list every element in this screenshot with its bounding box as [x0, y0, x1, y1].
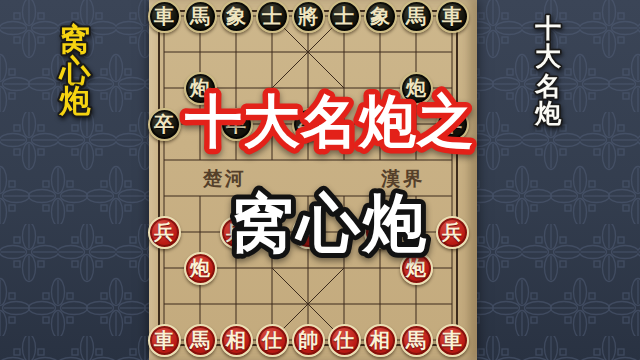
pieces-layer: 車馬象士將士象馬車炮炮卒卒卒卒卒兵兵兵兵兵炮炮車馬相仕帥仕相馬車 [146, 0, 470, 358]
piece-black-elephant[interactable]: 象 [364, 0, 397, 33]
piece-black-soldier[interactable]: 卒 [292, 108, 325, 141]
piece-red-general[interactable]: 帥 [292, 324, 325, 357]
piece-red-soldier[interactable]: 兵 [148, 216, 181, 249]
piece-red-horse[interactable]: 馬 [400, 324, 433, 357]
piece-red-soldier[interactable]: 兵 [436, 216, 469, 249]
piece-black-soldier[interactable]: 卒 [436, 108, 469, 141]
piece-red-advisor[interactable]: 仕 [256, 324, 289, 357]
piece-red-advisor[interactable]: 仕 [328, 324, 361, 357]
piece-red-elephant[interactable]: 相 [220, 324, 253, 357]
piece-red-soldier[interactable]: 兵 [292, 216, 325, 249]
piece-black-chariot[interactable]: 車 [148, 0, 181, 33]
piece-black-soldier[interactable]: 卒 [220, 108, 253, 141]
piece-black-cannon[interactable]: 炮 [400, 72, 433, 105]
xiangqi-board[interactable]: 楚河 漢界 車馬象士將士象馬車炮炮卒卒卒卒卒兵兵兵兵兵炮炮車馬相仕帥仕相馬車 [149, 0, 477, 360]
piece-black-cannon[interactable]: 炮 [184, 72, 217, 105]
piece-black-horse[interactable]: 馬 [184, 0, 217, 33]
piece-red-cannon[interactable]: 炮 [400, 252, 433, 285]
piece-black-soldier[interactable]: 卒 [148, 108, 181, 141]
piece-black-soldier[interactable]: 卒 [364, 108, 397, 141]
piece-red-chariot[interactable]: 車 [148, 324, 181, 357]
piece-red-cannon[interactable]: 炮 [184, 252, 217, 285]
piece-red-soldier[interactable]: 兵 [364, 216, 397, 249]
piece-black-elephant[interactable]: 象 [220, 0, 253, 33]
piece-black-horse[interactable]: 馬 [400, 0, 433, 33]
piece-black-chariot[interactable]: 車 [436, 0, 469, 33]
piece-black-advisor[interactable]: 士 [328, 0, 361, 33]
piece-black-advisor[interactable]: 士 [256, 0, 289, 33]
piece-red-elephant[interactable]: 相 [364, 324, 397, 357]
piece-red-soldier[interactable]: 兵 [220, 216, 253, 249]
piece-red-horse[interactable]: 馬 [184, 324, 217, 357]
video-frame: 楚河 漢界 車馬象士將士象馬車炮炮卒卒卒卒卒兵兵兵兵兵炮炮車馬相仕帥仕相馬車 十… [0, 0, 640, 360]
piece-red-chariot[interactable]: 車 [436, 324, 469, 357]
piece-black-general[interactable]: 將 [292, 0, 325, 33]
